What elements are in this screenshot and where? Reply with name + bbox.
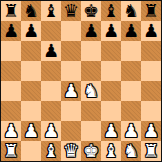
square-f1[interactable]: ♝ xyxy=(101,141,121,161)
square-c6[interactable]: ♟ xyxy=(41,41,61,61)
square-g7[interactable]: ♟ xyxy=(121,21,141,41)
square-a7[interactable]: ♟ xyxy=(1,21,21,41)
square-c5[interactable] xyxy=(41,61,61,81)
piece-white-knight[interactable]: ♞ xyxy=(123,141,139,161)
square-c8[interactable]: ♝ xyxy=(41,1,61,21)
square-c3[interactable] xyxy=(41,101,61,121)
square-e1[interactable]: ♚ xyxy=(81,141,101,161)
piece-black-bishop[interactable]: ♝ xyxy=(43,1,59,21)
piece-black-bishop[interactable]: ♝ xyxy=(103,1,119,21)
piece-black-pawn[interactable]: ♟ xyxy=(123,21,139,41)
square-a5[interactable] xyxy=(1,61,21,81)
square-c4[interactable] xyxy=(41,81,61,101)
square-e8[interactable]: ♚ xyxy=(81,1,101,21)
piece-white-rook[interactable]: ♜ xyxy=(3,141,19,161)
square-g8[interactable]: ♞ xyxy=(121,1,141,21)
square-b7[interactable]: ♟ xyxy=(21,21,41,41)
square-e5[interactable] xyxy=(81,61,101,81)
chess-board: ♜♞♝♛♚♝♞♜♟♟♟♟♟♟♟♟♞♟♟♟♟♟♟♜♝♛♚♝♞♜ xyxy=(1,1,161,161)
piece-white-pawn[interactable]: ♟ xyxy=(3,121,19,141)
square-b5[interactable] xyxy=(21,61,41,81)
square-a4[interactable] xyxy=(1,81,21,101)
piece-white-pawn[interactable]: ♟ xyxy=(23,121,39,141)
square-e2[interactable] xyxy=(81,121,101,141)
piece-white-rook[interactable]: ♜ xyxy=(143,141,159,161)
square-d5[interactable] xyxy=(61,61,81,81)
square-a6[interactable] xyxy=(1,41,21,61)
square-f5[interactable] xyxy=(101,61,121,81)
square-b8[interactable]: ♞ xyxy=(21,1,41,21)
piece-white-pawn[interactable]: ♟ xyxy=(143,121,159,141)
square-b3[interactable] xyxy=(21,101,41,121)
square-d7[interactable] xyxy=(61,21,81,41)
piece-black-rook[interactable]: ♜ xyxy=(143,1,159,21)
square-h3[interactable] xyxy=(141,101,161,121)
square-c1[interactable]: ♝ xyxy=(41,141,61,161)
square-g3[interactable] xyxy=(121,101,141,121)
piece-black-knight[interactable]: ♞ xyxy=(23,1,39,21)
square-c7[interactable] xyxy=(41,21,61,41)
piece-white-knight[interactable]: ♞ xyxy=(83,81,99,101)
square-h5[interactable] xyxy=(141,61,161,81)
square-h6[interactable] xyxy=(141,41,161,61)
square-g5[interactable] xyxy=(121,61,141,81)
square-h8[interactable]: ♜ xyxy=(141,1,161,21)
square-g2[interactable]: ♟ xyxy=(121,121,141,141)
piece-black-pawn[interactable]: ♟ xyxy=(103,21,119,41)
square-d2[interactable] xyxy=(61,121,81,141)
square-c2[interactable]: ♟ xyxy=(41,121,61,141)
piece-black-queen[interactable]: ♛ xyxy=(63,1,79,21)
piece-black-rook[interactable]: ♜ xyxy=(3,1,19,21)
piece-black-king[interactable]: ♚ xyxy=(83,1,99,21)
square-f3[interactable] xyxy=(101,101,121,121)
square-d4[interactable]: ♟ xyxy=(61,81,81,101)
square-a1[interactable]: ♜ xyxy=(1,141,21,161)
piece-black-pawn[interactable]: ♟ xyxy=(43,41,59,61)
square-g1[interactable]: ♞ xyxy=(121,141,141,161)
piece-white-pawn[interactable]: ♟ xyxy=(63,81,79,101)
piece-white-king[interactable]: ♚ xyxy=(83,141,99,161)
piece-black-knight[interactable]: ♞ xyxy=(123,1,139,21)
square-d6[interactable] xyxy=(61,41,81,61)
piece-white-pawn[interactable]: ♟ xyxy=(123,121,139,141)
square-d8[interactable]: ♛ xyxy=(61,1,81,21)
square-h4[interactable] xyxy=(141,81,161,101)
square-a3[interactable] xyxy=(1,101,21,121)
square-f2[interactable]: ♟ xyxy=(101,121,121,141)
square-h1[interactable]: ♜ xyxy=(141,141,161,161)
square-a8[interactable]: ♜ xyxy=(1,1,21,21)
square-b4[interactable] xyxy=(21,81,41,101)
square-h2[interactable]: ♟ xyxy=(141,121,161,141)
square-d1[interactable]: ♛ xyxy=(61,141,81,161)
piece-black-pawn[interactable]: ♟ xyxy=(23,21,39,41)
piece-black-pawn[interactable]: ♟ xyxy=(143,21,159,41)
square-b6[interactable] xyxy=(21,41,41,61)
piece-white-pawn[interactable]: ♟ xyxy=(103,121,119,141)
piece-black-pawn[interactable]: ♟ xyxy=(3,21,19,41)
square-e4[interactable]: ♞ xyxy=(81,81,101,101)
square-f8[interactable]: ♝ xyxy=(101,1,121,21)
piece-black-pawn[interactable]: ♟ xyxy=(83,21,99,41)
chess-board-frame: ♜♞♝♛♚♝♞♜♟♟♟♟♟♟♟♟♞♟♟♟♟♟♟♜♝♛♚♝♞♜ xyxy=(0,0,162,162)
piece-white-bishop[interactable]: ♝ xyxy=(103,141,119,161)
square-f6[interactable] xyxy=(101,41,121,61)
square-g4[interactable] xyxy=(121,81,141,101)
square-b1[interactable] xyxy=(21,141,41,161)
square-e7[interactable]: ♟ xyxy=(81,21,101,41)
square-g6[interactable] xyxy=(121,41,141,61)
square-f4[interactable] xyxy=(101,81,121,101)
piece-white-bishop[interactable]: ♝ xyxy=(43,141,59,161)
square-f7[interactable]: ♟ xyxy=(101,21,121,41)
square-a2[interactable]: ♟ xyxy=(1,121,21,141)
square-b2[interactable]: ♟ xyxy=(21,121,41,141)
piece-white-pawn[interactable]: ♟ xyxy=(43,121,59,141)
square-e6[interactable] xyxy=(81,41,101,61)
square-e3[interactable] xyxy=(81,101,101,121)
square-d3[interactable] xyxy=(61,101,81,121)
square-h7[interactable]: ♟ xyxy=(141,21,161,41)
piece-white-queen[interactable]: ♛ xyxy=(63,141,79,161)
